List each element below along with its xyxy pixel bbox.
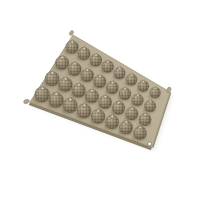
hang-hole (147, 142, 151, 146)
corner-tab (23, 99, 30, 105)
silicone-mold-image (0, 0, 200, 200)
product-photo (0, 0, 200, 200)
